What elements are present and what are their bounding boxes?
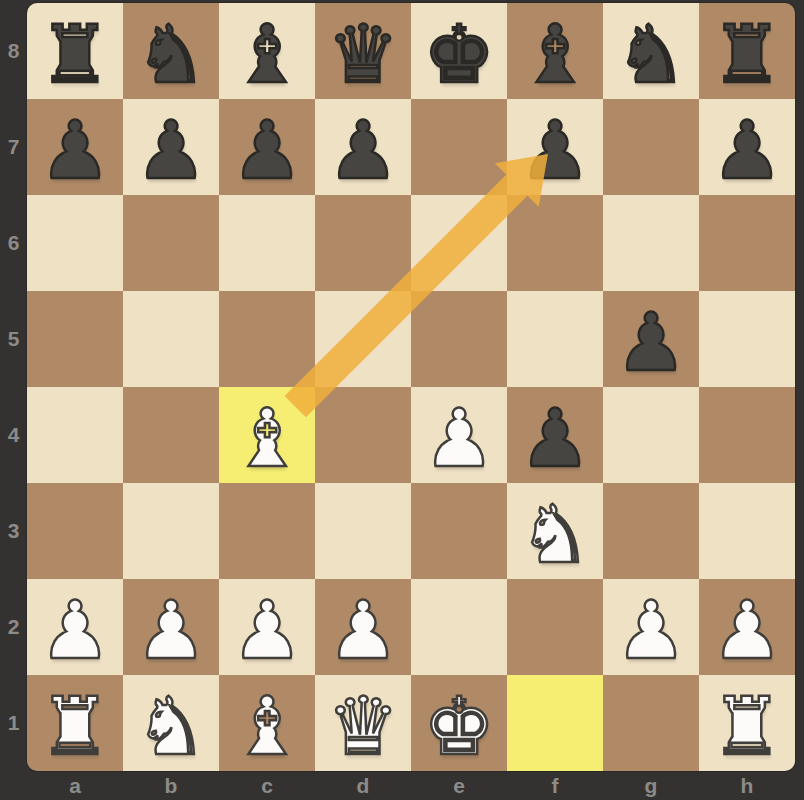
piece-black-pawn-b7[interactable]: ♟ <box>135 111 207 191</box>
rank-label-1: 1 <box>0 675 27 771</box>
square-b5[interactable] <box>123 291 219 387</box>
square-d4[interactable] <box>315 387 411 483</box>
square-e5[interactable] <box>411 291 507 387</box>
square-a3[interactable] <box>27 483 123 579</box>
piece-black-king-e8[interactable]: ♚ <box>423 15 495 95</box>
piece-white-pawn-d2[interactable]: ♟ <box>327 591 399 671</box>
square-d8[interactable]: ♛ <box>315 3 411 99</box>
file-label-d: d <box>315 771 411 800</box>
square-c1[interactable]: ♝ <box>219 675 315 771</box>
square-e6[interactable] <box>411 195 507 291</box>
square-h7[interactable]: ♟ <box>699 99 795 195</box>
square-a4[interactable] <box>27 387 123 483</box>
square-a8[interactable]: ♜ <box>27 3 123 99</box>
square-c5[interactable] <box>219 291 315 387</box>
piece-black-queen-d8[interactable]: ♛ <box>327 15 399 95</box>
chess-board[interactable]: ♜♞♝♛♚♝♞♜♟♟♟♟♟♟♟♝♟♟♞♟♟♟♟♟♟♜♞♝♛♚♜ <box>27 3 795 771</box>
square-b7[interactable]: ♟ <box>123 99 219 195</box>
square-g3[interactable] <box>603 483 699 579</box>
square-d7[interactable]: ♟ <box>315 99 411 195</box>
square-f6[interactable] <box>507 195 603 291</box>
rank-label-3: 3 <box>0 483 27 579</box>
piece-white-pawn-g2[interactable]: ♟ <box>615 591 687 671</box>
square-h3[interactable] <box>699 483 795 579</box>
piece-black-knight-g8[interactable]: ♞ <box>615 15 687 95</box>
square-e1[interactable]: ♚ <box>411 675 507 771</box>
square-b2[interactable]: ♟ <box>123 579 219 675</box>
square-h4[interactable] <box>699 387 795 483</box>
square-b3[interactable] <box>123 483 219 579</box>
file-label-f: f <box>507 771 603 800</box>
rank-label-4: 4 <box>0 387 27 483</box>
piece-black-pawn-a7[interactable]: ♟ <box>39 111 111 191</box>
file-label-e: e <box>411 771 507 800</box>
piece-white-rook-h1[interactable]: ♜ <box>711 687 783 767</box>
piece-white-bishop-c1[interactable]: ♝ <box>231 687 303 767</box>
piece-black-rook-a8[interactable]: ♜ <box>39 15 111 95</box>
piece-white-king-e1[interactable]: ♚ <box>423 687 495 767</box>
square-a6[interactable] <box>27 195 123 291</box>
square-a5[interactable] <box>27 291 123 387</box>
piece-black-bishop-c8[interactable]: ♝ <box>231 15 303 95</box>
file-label-c: c <box>219 771 315 800</box>
square-a7[interactable]: ♟ <box>27 99 123 195</box>
square-e3[interactable] <box>411 483 507 579</box>
square-a1[interactable]: ♜ <box>27 675 123 771</box>
square-c8[interactable]: ♝ <box>219 3 315 99</box>
square-h6[interactable] <box>699 195 795 291</box>
file-label-g: g <box>603 771 699 800</box>
square-h5[interactable] <box>699 291 795 387</box>
square-g5[interactable]: ♟ <box>603 291 699 387</box>
square-d5[interactable] <box>315 291 411 387</box>
piece-white-bishop-c4[interactable]: ♝ <box>231 399 303 479</box>
square-f8[interactable]: ♝ <box>507 3 603 99</box>
square-d1[interactable]: ♛ <box>315 675 411 771</box>
square-d2[interactable]: ♟ <box>315 579 411 675</box>
rank-label-5: 5 <box>0 291 27 387</box>
piece-black-rook-h8[interactable]: ♜ <box>711 15 783 95</box>
square-c2[interactable]: ♟ <box>219 579 315 675</box>
square-g8[interactable]: ♞ <box>603 3 699 99</box>
square-b6[interactable] <box>123 195 219 291</box>
square-f5[interactable] <box>507 291 603 387</box>
square-g2[interactable]: ♟ <box>603 579 699 675</box>
square-c3[interactable] <box>219 483 315 579</box>
square-b4[interactable] <box>123 387 219 483</box>
square-h2[interactable]: ♟ <box>699 579 795 675</box>
piece-white-queen-d1[interactable]: ♛ <box>327 687 399 767</box>
square-h1[interactable]: ♜ <box>699 675 795 771</box>
square-c4[interactable]: ♝ <box>219 387 315 483</box>
square-h8[interactable]: ♜ <box>699 3 795 99</box>
square-e4[interactable]: ♟ <box>411 387 507 483</box>
piece-white-knight-b1[interactable]: ♞ <box>135 687 207 767</box>
piece-black-pawn-f7[interactable]: ♟ <box>519 111 591 191</box>
piece-black-pawn-c7[interactable]: ♟ <box>231 111 303 191</box>
square-e8[interactable]: ♚ <box>411 3 507 99</box>
file-label-b: b <box>123 771 219 800</box>
square-g6[interactable] <box>603 195 699 291</box>
piece-black-pawn-g5[interactable]: ♟ <box>615 303 687 383</box>
square-f7[interactable]: ♟ <box>507 99 603 195</box>
rank-label-7: 7 <box>0 99 27 195</box>
piece-white-pawn-a2[interactable]: ♟ <box>39 591 111 671</box>
file-label-a: a <box>27 771 123 800</box>
square-e2[interactable] <box>411 579 507 675</box>
piece-black-pawn-d7[interactable]: ♟ <box>327 111 399 191</box>
square-f3[interactable]: ♞ <box>507 483 603 579</box>
piece-black-bishop-f8[interactable]: ♝ <box>519 15 591 95</box>
piece-white-pawn-e4[interactable]: ♟ <box>423 399 495 479</box>
square-f2[interactable] <box>507 579 603 675</box>
rank-label-8: 8 <box>0 3 27 99</box>
piece-white-rook-a1[interactable]: ♜ <box>39 687 111 767</box>
square-g4[interactable] <box>603 387 699 483</box>
square-d6[interactable] <box>315 195 411 291</box>
square-c7[interactable]: ♟ <box>219 99 315 195</box>
piece-black-pawn-h7[interactable]: ♟ <box>711 111 783 191</box>
square-a2[interactable]: ♟ <box>27 579 123 675</box>
square-d3[interactable] <box>315 483 411 579</box>
file-coordinates: abcdefgh <box>27 771 795 800</box>
piece-white-knight-f3[interactable]: ♞ <box>519 495 591 575</box>
rank-label-6: 6 <box>0 195 27 291</box>
square-g1[interactable] <box>603 675 699 771</box>
rank-coordinates: 87654321 <box>0 3 27 771</box>
piece-black-pawn-f4[interactable]: ♟ <box>519 399 591 479</box>
piece-white-pawn-h2[interactable]: ♟ <box>711 591 783 671</box>
piece-white-pawn-c2[interactable]: ♟ <box>231 591 303 671</box>
piece-black-knight-b8[interactable]: ♞ <box>135 15 207 95</box>
square-g7[interactable] <box>603 99 699 195</box>
square-e7[interactable] <box>411 99 507 195</box>
rank-label-2: 2 <box>0 579 27 675</box>
square-f4[interactable]: ♟ <box>507 387 603 483</box>
square-b8[interactable]: ♞ <box>123 3 219 99</box>
square-b1[interactable]: ♞ <box>123 675 219 771</box>
square-c6[interactable] <box>219 195 315 291</box>
file-label-h: h <box>699 771 795 800</box>
piece-white-pawn-b2[interactable]: ♟ <box>135 591 207 671</box>
chess-game-screen: 87654321 ♜♞♝♛♚♝♞♜♟♟♟♟♟♟♟♝♟♟♞♟♟♟♟♟♟♜♞♝♛♚♜… <box>0 0 804 800</box>
square-f1[interactable] <box>507 675 603 771</box>
